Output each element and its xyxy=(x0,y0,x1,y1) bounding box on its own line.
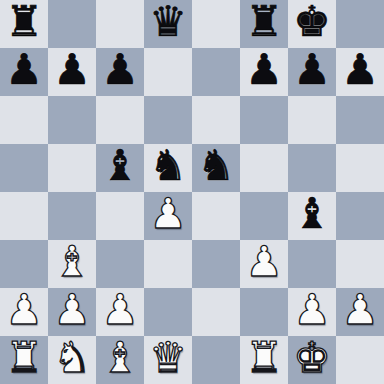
square-h1[interactable] xyxy=(336,336,384,384)
square-b4[interactable] xyxy=(48,192,96,240)
square-d5[interactable]: ♞ xyxy=(144,144,192,192)
square-g1[interactable]: ♚ xyxy=(288,336,336,384)
square-g4[interactable]: ♝ xyxy=(288,192,336,240)
black-king[interactable]: ♚ xyxy=(293,0,331,46)
square-f3[interactable]: ♟ xyxy=(240,240,288,288)
square-g3[interactable] xyxy=(288,240,336,288)
square-a2[interactable]: ♟ xyxy=(0,288,48,336)
square-c7[interactable]: ♟ xyxy=(96,48,144,96)
square-b8[interactable] xyxy=(48,0,96,48)
square-f2[interactable] xyxy=(240,288,288,336)
square-b6[interactable] xyxy=(48,96,96,144)
white-bishop[interactable]: ♝ xyxy=(53,240,91,286)
white-rook[interactable]: ♜ xyxy=(5,336,43,382)
square-e6[interactable] xyxy=(192,96,240,144)
square-c5[interactable]: ♝ xyxy=(96,144,144,192)
square-a1[interactable]: ♜ xyxy=(0,336,48,384)
square-a5[interactable] xyxy=(0,144,48,192)
black-pawn[interactable]: ♟ xyxy=(53,48,91,94)
square-e8[interactable] xyxy=(192,0,240,48)
square-g2[interactable]: ♟ xyxy=(288,288,336,336)
square-e1[interactable] xyxy=(192,336,240,384)
black-knight[interactable]: ♞ xyxy=(149,144,187,190)
square-c3[interactable] xyxy=(96,240,144,288)
black-bishop[interactable]: ♝ xyxy=(101,144,139,190)
black-rook[interactable]: ♜ xyxy=(245,0,283,46)
square-d3[interactable] xyxy=(144,240,192,288)
square-f7[interactable]: ♟ xyxy=(240,48,288,96)
square-g5[interactable] xyxy=(288,144,336,192)
square-b3[interactable]: ♝ xyxy=(48,240,96,288)
square-e3[interactable] xyxy=(192,240,240,288)
square-g8[interactable]: ♚ xyxy=(288,0,336,48)
white-pawn[interactable]: ♟ xyxy=(5,288,43,334)
square-a6[interactable] xyxy=(0,96,48,144)
black-pawn[interactable]: ♟ xyxy=(293,48,331,94)
square-c1[interactable]: ♝ xyxy=(96,336,144,384)
square-d2[interactable] xyxy=(144,288,192,336)
black-queen[interactable]: ♛ xyxy=(149,0,187,46)
square-f6[interactable] xyxy=(240,96,288,144)
square-h5[interactable] xyxy=(336,144,384,192)
white-rook[interactable]: ♜ xyxy=(245,336,283,382)
square-e7[interactable] xyxy=(192,48,240,96)
white-pawn[interactable]: ♟ xyxy=(101,288,139,334)
square-d8[interactable]: ♛ xyxy=(144,0,192,48)
black-pawn[interactable]: ♟ xyxy=(5,48,43,94)
square-e5[interactable]: ♞ xyxy=(192,144,240,192)
square-d6[interactable] xyxy=(144,96,192,144)
white-pawn[interactable]: ♟ xyxy=(293,288,331,334)
white-queen[interactable]: ♛ xyxy=(149,336,187,382)
square-a7[interactable]: ♟ xyxy=(0,48,48,96)
square-h7[interactable]: ♟ xyxy=(336,48,384,96)
square-g6[interactable] xyxy=(288,96,336,144)
square-c4[interactable] xyxy=(96,192,144,240)
square-b7[interactable]: ♟ xyxy=(48,48,96,96)
square-f8[interactable]: ♜ xyxy=(240,0,288,48)
white-pawn[interactable]: ♟ xyxy=(341,288,379,334)
square-f5[interactable] xyxy=(240,144,288,192)
white-king[interactable]: ♚ xyxy=(293,336,331,382)
square-a3[interactable] xyxy=(0,240,48,288)
white-pawn[interactable]: ♟ xyxy=(245,240,283,286)
white-pawn[interactable]: ♟ xyxy=(149,192,187,238)
black-pawn[interactable]: ♟ xyxy=(341,48,379,94)
square-h2[interactable]: ♟ xyxy=(336,288,384,336)
square-b1[interactable]: ♞ xyxy=(48,336,96,384)
black-pawn[interactable]: ♟ xyxy=(101,48,139,94)
square-e4[interactable] xyxy=(192,192,240,240)
square-d7[interactable] xyxy=(144,48,192,96)
square-f4[interactable] xyxy=(240,192,288,240)
square-b5[interactable] xyxy=(48,144,96,192)
square-c6[interactable] xyxy=(96,96,144,144)
white-knight[interactable]: ♞ xyxy=(53,336,91,382)
square-g7[interactable]: ♟ xyxy=(288,48,336,96)
chess-board: ♜♛♜♚♟♟♟♟♟♟♝♞♞♟♝♝♟♟♟♟♟♟♜♞♝♛♜♚ xyxy=(0,0,384,384)
square-f1[interactable]: ♜ xyxy=(240,336,288,384)
square-c2[interactable]: ♟ xyxy=(96,288,144,336)
square-e2[interactable] xyxy=(192,288,240,336)
square-h8[interactable] xyxy=(336,0,384,48)
black-knight[interactable]: ♞ xyxy=(197,144,235,190)
square-h4[interactable] xyxy=(336,192,384,240)
white-pawn[interactable]: ♟ xyxy=(53,288,91,334)
square-b2[interactable]: ♟ xyxy=(48,288,96,336)
square-c8[interactable] xyxy=(96,0,144,48)
square-a4[interactable] xyxy=(0,192,48,240)
black-pawn[interactable]: ♟ xyxy=(245,48,283,94)
square-a8[interactable]: ♜ xyxy=(0,0,48,48)
square-d1[interactable]: ♛ xyxy=(144,336,192,384)
square-h6[interactable] xyxy=(336,96,384,144)
black-rook[interactable]: ♜ xyxy=(5,0,43,46)
square-d4[interactable]: ♟ xyxy=(144,192,192,240)
black-bishop[interactable]: ♝ xyxy=(293,192,331,238)
white-bishop[interactable]: ♝ xyxy=(101,336,139,382)
square-h3[interactable] xyxy=(336,240,384,288)
